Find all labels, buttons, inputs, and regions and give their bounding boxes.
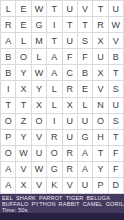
grid-cell[interactable]: T [47,1,62,17]
grid-cell[interactable]: W [32,1,47,17]
grid-cell[interactable]: D [109,178,124,194]
grid-cell[interactable]: W [109,17,124,33]
grid-cell[interactable]: T [109,65,124,81]
grid-cell[interactable]: V [109,33,124,49]
grid-cell[interactable]: V [32,178,47,194]
grid-cell[interactable]: Y [32,81,47,97]
grid-cell[interactable]: R [1,17,16,33]
grid-cell[interactable]: U [93,49,108,65]
grid-cell[interactable]: A [1,162,16,178]
word-search-board: LEWTUVTUREGITTRWALMTUSXVBOLAFFUBBYWACBXT… [0,0,124,194]
grid-cell[interactable]: Y [16,65,31,81]
grid-cell[interactable]: X [93,65,108,81]
grid-cell[interactable]: U [63,130,78,146]
word-list-item: CAMEL [83,201,103,207]
grid-cell[interactable]: R [63,146,78,162]
grid-cell[interactable]: L [1,1,16,17]
grid-cell[interactable]: T [16,98,31,114]
grid-cell[interactable]: Z [16,114,31,130]
grid-cell[interactable]: T [109,130,124,146]
grid-cell[interactable]: U [63,33,78,49]
grid-cell[interactable]: K [47,178,62,194]
grid-cell[interactable]: V [93,81,108,97]
grid-cell[interactable]: H [93,130,108,146]
grid-cell[interactable]: L [16,33,31,49]
grid-cell[interactable]: L [47,98,62,114]
grid-cell[interactable]: L [32,49,47,65]
grid-cell[interactable]: G [47,162,62,178]
grid-cell[interactable]: R [47,130,62,146]
grid-cell[interactable]: T [78,17,93,33]
grid-cell[interactable]: V [63,178,78,194]
grid-cell[interactable]: I [47,17,62,33]
grid-cell[interactable]: U [63,114,78,130]
grid-cell[interactable]: U [109,98,124,114]
grid-cell[interactable]: A [1,178,16,194]
grid-cell[interactable]: L [47,81,62,97]
word-list-item: PYTHON [31,201,55,207]
grid-cell[interactable]: T [47,33,62,49]
grid-cell[interactable]: O [32,114,47,130]
grid-cell[interactable]: O [1,146,16,162]
grid-cell[interactable]: F [109,162,124,178]
grid-cell[interactable]: W [32,162,47,178]
grid-cell[interactable]: F [109,146,124,162]
grid-cell[interactable]: N [93,98,108,114]
word-list-footer: EELSHARKPARROTTIGERBELUGA BUFFALOPYTHONR… [0,194,124,213]
grid-cell[interactable]: Y [16,130,31,146]
grid-cell[interactable]: R [63,81,78,97]
grid-cell[interactable]: S [109,114,124,130]
grid-cell[interactable]: B [78,65,93,81]
grid-cell[interactable]: V [78,1,93,17]
grid-cell[interactable]: I [47,114,62,130]
grid-cell[interactable]: G [32,17,47,33]
grid-cell[interactable]: X [32,98,47,114]
grid-cell[interactable]: U [63,1,78,17]
grid-cell[interactable]: A [78,162,93,178]
grid-cell[interactable]: U [32,146,47,162]
grid-cell[interactable]: O [93,114,108,130]
grid-cell[interactable]: E [16,1,31,17]
grid-cell[interactable]: E [16,17,31,33]
grid-cell[interactable]: S [109,81,124,97]
grid-cell[interactable]: U [78,114,93,130]
grid-cell[interactable]: A [1,33,16,49]
grid-cell[interactable]: P [93,178,108,194]
grid-cell[interactable]: T [1,98,16,114]
word-list-item: RABBIT [59,201,80,207]
grid-cell[interactable]: W [16,146,31,162]
grid-cell[interactable]: O [47,146,62,162]
grid-cell[interactable]: V [16,162,31,178]
grid-cell[interactable]: U [78,178,93,194]
grid-cell[interactable]: G [78,130,93,146]
grid-cell[interactable]: X [16,178,31,194]
grid-cell[interactable]: A [47,65,62,81]
grid-cell[interactable]: W [32,65,47,81]
grid-cell[interactable]: Y [93,162,108,178]
grid-cell[interactable]: F [78,49,93,65]
grid-cell[interactable]: E [78,81,93,97]
grid-cell[interactable]: M [32,33,47,49]
grid-cell[interactable]: P [1,130,16,146]
word-list-item: GORILLA [106,201,124,207]
grid-cell[interactable]: B [1,49,16,65]
grid-cell[interactable]: O [16,49,31,65]
grid-cell[interactable]: B [109,49,124,65]
grid-cell[interactable]: X [16,81,31,97]
grid-cell[interactable]: A [47,49,62,65]
grid-cell[interactable]: L [78,98,93,114]
grid-cell[interactable]: I [1,81,16,97]
grid-cell[interactable]: T [63,17,78,33]
bottom-strip [0,213,124,220]
grid-cell[interactable]: C [63,65,78,81]
grid-cell[interactable]: T [93,146,108,162]
grid-cell[interactable]: O [1,114,16,130]
grid-cell[interactable]: S [78,33,93,49]
grid-cell[interactable]: B [1,65,16,81]
grid-cell[interactable]: V [32,130,47,146]
grid-cell[interactable]: X [63,98,78,114]
grid-cell[interactable]: R [93,17,108,33]
grid-cell[interactable]: T [93,1,108,17]
grid-cell[interactable]: A [78,146,93,162]
grid-cell[interactable]: F [63,49,78,65]
grid-cell[interactable]: X [93,33,108,49]
grid-cell[interactable]: U [109,1,124,17]
word-search-app: LEWTUVTUREGITTRWALMTUSXVBOLAFFUBBYWACBXT… [0,0,124,220]
grid-cell[interactable]: R [63,162,78,178]
